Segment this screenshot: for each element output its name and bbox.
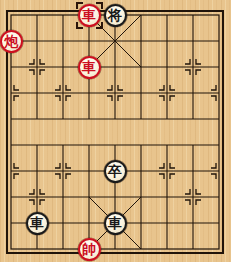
board-point[interactable]: 将 [102,2,128,28]
piece-black-chariot[interactable]: 車 [104,212,127,235]
piece-red-cannon[interactable]: 炮 [0,30,23,53]
board-grid[interactable]: 車将炮車卒車車帥 [0,2,231,262]
board-point[interactable]: 卒 [102,158,128,184]
board-point[interactable]: 車 [102,210,128,236]
xiangqi-board[interactable]: 車将炮車卒車車帥 [0,0,231,262]
board-point[interactable]: 炮 [0,28,24,54]
piece-black-chariot[interactable]: 車 [26,212,49,235]
piece-red-general[interactable]: 帥 [78,238,101,261]
board-point[interactable]: 車 [76,54,102,80]
board-point[interactable]: 車 [24,210,50,236]
board-point[interactable]: 帥 [76,236,102,262]
piece-black-soldier[interactable]: 卒 [104,160,127,183]
board-point[interactable]: 車 [76,2,102,28]
piece-black-general[interactable]: 将 [104,4,127,27]
piece-red-chariot[interactable]: 車 [78,56,101,79]
piece-red-chariot[interactable]: 車 [78,4,101,27]
